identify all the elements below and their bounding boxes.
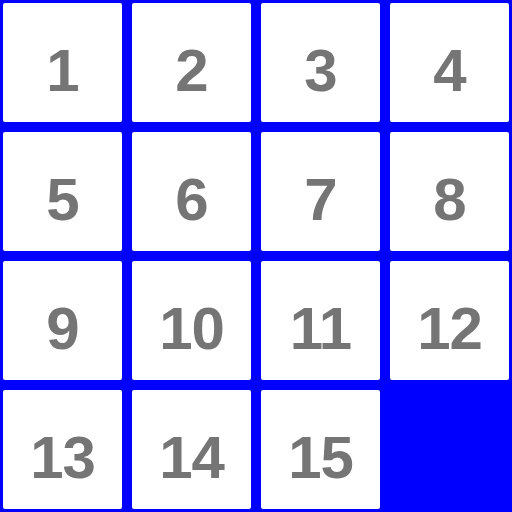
tile-8[interactable]: 8 [390,132,509,251]
puzzle-board: 1 2 3 4 5 6 7 8 9 10 11 12 13 14 15 [0,0,512,512]
tile-15-label: 15 [288,423,353,492]
tile-4[interactable]: 4 [390,3,509,122]
tile-8-label: 8 [433,165,465,234]
tile-1[interactable]: 1 [3,3,122,122]
tile-13-label: 13 [30,423,95,492]
tile-11[interactable]: 11 [261,261,380,380]
tile-12-label: 12 [417,294,482,363]
tile-14[interactable]: 14 [132,390,251,509]
tile-1-label: 1 [46,36,78,105]
empty-cell [390,390,509,509]
tile-12[interactable]: 12 [390,261,509,380]
tile-5[interactable]: 5 [3,132,122,251]
tile-14-label: 14 [159,423,224,492]
tile-11-label: 11 [290,294,351,363]
tile-9-label: 9 [46,294,78,363]
tile-7-label: 7 [304,165,336,234]
tile-13[interactable]: 13 [3,390,122,509]
tile-10[interactable]: 10 [132,261,251,380]
tile-6[interactable]: 6 [132,132,251,251]
tile-6-label: 6 [175,165,207,234]
tile-2[interactable]: 2 [132,3,251,122]
tile-15[interactable]: 15 [261,390,380,509]
tile-3-label: 3 [304,36,336,105]
tile-3[interactable]: 3 [261,3,380,122]
tile-2-label: 2 [175,36,207,105]
tile-7[interactable]: 7 [261,132,380,251]
tile-4-label: 4 [433,36,465,105]
tile-10-label: 10 [159,294,224,363]
tile-9[interactable]: 9 [3,261,122,380]
tile-5-label: 5 [46,165,78,234]
